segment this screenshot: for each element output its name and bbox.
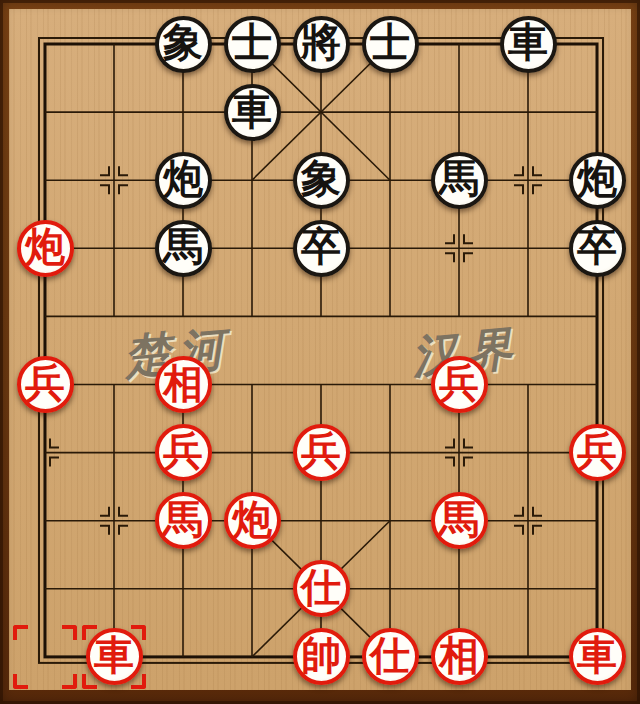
piece-glyph: 士 xyxy=(232,23,272,63)
piece-glyph: 兵 xyxy=(163,432,203,472)
piece-glyph: 兵 xyxy=(25,364,65,404)
xiangqi-board-window: 楚河 楚河 汉界 汉界 象士將士車車炮象馬炮馬卒卒炮兵相兵兵兵兵馬炮馬仕車帥仕相… xyxy=(0,0,640,704)
piece-glyph: 兵 xyxy=(577,432,617,472)
piece-glyph: 士 xyxy=(370,23,410,63)
highlight-corner-br xyxy=(62,674,77,689)
piece-red-cannon[interactable]: 炮 xyxy=(17,220,74,277)
piece-red-pawn[interactable]: 兵 xyxy=(17,356,74,413)
piece-glyph: 兵 xyxy=(439,364,479,404)
piece-glyph: 車 xyxy=(508,23,548,63)
piece-black-chariot[interactable]: 車 xyxy=(224,84,281,141)
piece-red-cannon[interactable]: 炮 xyxy=(224,492,281,549)
piece-glyph: 炮 xyxy=(25,227,65,267)
piece-black-pawn[interactable]: 卒 xyxy=(569,220,626,277)
piece-glyph: 馬 xyxy=(439,159,479,199)
piece-black-horse[interactable]: 馬 xyxy=(155,220,212,277)
highlight-corner-tr xyxy=(62,625,77,640)
piece-glyph: 車 xyxy=(577,636,617,676)
piece-red-pawn[interactable]: 兵 xyxy=(569,424,626,481)
piece-black-general[interactable]: 將 xyxy=(293,16,350,73)
piece-glyph: 仕 xyxy=(301,568,341,608)
piece-glyph: 馬 xyxy=(163,500,203,540)
piece-black-pawn[interactable]: 卒 xyxy=(293,220,350,277)
piece-red-horse[interactable]: 馬 xyxy=(431,492,488,549)
piece-layer[interactable]: 象士將士車車炮象馬炮馬卒卒炮兵相兵兵兵兵馬炮馬仕車帥仕相車 xyxy=(11,10,632,691)
piece-red-advisor[interactable]: 仕 xyxy=(293,560,350,617)
piece-glyph: 兵 xyxy=(301,432,341,472)
piece-red-pawn[interactable]: 兵 xyxy=(293,424,350,481)
piece-red-chariot[interactable]: 車 xyxy=(569,628,626,685)
piece-glyph: 炮 xyxy=(163,159,203,199)
piece-red-pawn[interactable]: 兵 xyxy=(155,424,212,481)
piece-glyph: 相 xyxy=(163,364,203,404)
piece-glyph: 炮 xyxy=(577,159,617,199)
piece-black-horse[interactable]: 馬 xyxy=(431,152,488,209)
piece-glyph: 炮 xyxy=(232,500,272,540)
piece-red-advisor[interactable]: 仕 xyxy=(362,628,419,685)
piece-glyph: 帥 xyxy=(301,636,341,676)
piece-glyph: 將 xyxy=(301,23,341,63)
piece-glyph: 車 xyxy=(232,91,272,131)
piece-glyph: 象 xyxy=(163,23,203,63)
piece-red-pawn[interactable]: 兵 xyxy=(431,356,488,413)
piece-black-cannon[interactable]: 炮 xyxy=(155,152,212,209)
piece-red-elephant[interactable]: 相 xyxy=(431,628,488,685)
piece-glyph: 象 xyxy=(301,159,341,199)
last-move-from-highlight xyxy=(13,625,77,689)
piece-red-general[interactable]: 帥 xyxy=(293,628,350,685)
highlight-corner-tl xyxy=(13,625,28,640)
piece-glyph: 車 xyxy=(94,636,134,676)
highlight-corner-bl xyxy=(13,674,28,689)
piece-black-elephant[interactable]: 象 xyxy=(293,152,350,209)
piece-black-advisor[interactable]: 士 xyxy=(224,16,281,73)
piece-red-chariot[interactable]: 車 xyxy=(86,628,143,685)
piece-glyph: 相 xyxy=(439,636,479,676)
piece-black-elephant[interactable]: 象 xyxy=(155,16,212,73)
piece-red-horse[interactable]: 馬 xyxy=(155,492,212,549)
piece-glyph: 仕 xyxy=(370,636,410,676)
piece-glyph: 馬 xyxy=(163,227,203,267)
piece-glyph: 卒 xyxy=(301,227,341,267)
piece-black-cannon[interactable]: 炮 xyxy=(569,152,626,209)
piece-black-chariot[interactable]: 車 xyxy=(500,16,557,73)
piece-glyph: 卒 xyxy=(577,227,617,267)
piece-black-advisor[interactable]: 士 xyxy=(362,16,419,73)
piece-red-elephant[interactable]: 相 xyxy=(155,356,212,413)
piece-glyph: 馬 xyxy=(439,500,479,540)
